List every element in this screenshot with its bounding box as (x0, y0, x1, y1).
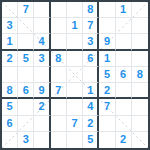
sudoku-cell-r5c5[interactable] (67, 67, 83, 83)
sudoku-cell-r3c9[interactable] (132, 34, 148, 50)
sudoku-cell-r5c1[interactable] (2, 67, 18, 83)
sudoku-cell-r1c7[interactable] (99, 2, 115, 18)
sudoku-cell-r2c7[interactable] (99, 18, 115, 34)
sudoku-cell-r4c7[interactable]: 1 (99, 51, 115, 67)
sudoku-cell-r9c4[interactable] (51, 132, 67, 148)
sudoku-cell-r6c9[interactable] (132, 83, 148, 99)
sudoku-cell-r1c8[interactable]: 1 (116, 2, 132, 18)
sudoku-cell-r8c4[interactable] (51, 116, 67, 132)
sudoku-cell-r3c7[interactable]: 9 (99, 34, 115, 50)
sudoku-cell-r3c1[interactable]: 1 (2, 34, 18, 50)
sudoku-cell-r9c8[interactable]: 2 (116, 132, 132, 148)
sudoku-cell-r4c2[interactable]: 5 (18, 51, 34, 67)
sudoku-cell-r9c6[interactable]: 5 (83, 132, 99, 148)
sudoku-cell-r4c9[interactable] (132, 51, 148, 67)
sudoku-cell-r9c1[interactable] (2, 132, 18, 148)
sudoku-cell-r3c6[interactable]: 3 (83, 34, 99, 50)
sudoku-cell-r8c7[interactable] (99, 116, 115, 132)
sudoku-cell-r7c3[interactable]: 2 (34, 99, 50, 115)
sudoku-cell-r8c2[interactable] (18, 116, 34, 132)
sudoku-cell-r2c6[interactable]: 7 (83, 18, 99, 34)
sudoku-cell-r8c9[interactable] (132, 116, 148, 132)
sudoku-cell-r5c8[interactable]: 6 (116, 67, 132, 83)
sudoku-cell-r1c6[interactable]: 8 (83, 2, 99, 18)
sudoku-grid: 78131714392538615688697125247672352 (2, 2, 148, 148)
sudoku-cell-r8c8[interactable] (116, 116, 132, 132)
sudoku-cell-r5c4[interactable] (51, 67, 67, 83)
sudoku-cell-r2c9[interactable] (132, 18, 148, 34)
sudoku-cell-r5c9[interactable]: 8 (132, 67, 148, 83)
sudoku-cell-r6c5[interactable] (67, 83, 83, 99)
sudoku-cell-r3c2[interactable] (18, 34, 34, 50)
sudoku-cell-r2c2[interactable] (18, 18, 34, 34)
sudoku-cell-r2c5[interactable]: 1 (67, 18, 83, 34)
sudoku-cell-r9c2[interactable]: 3 (18, 132, 34, 148)
sudoku-cell-r7c1[interactable]: 5 (2, 99, 18, 115)
sudoku-cell-r1c4[interactable] (51, 2, 67, 18)
sudoku-cell-r8c6[interactable]: 2 (83, 116, 99, 132)
sudoku-cell-r5c7[interactable]: 5 (99, 67, 115, 83)
sudoku-cell-r3c3[interactable]: 4 (34, 34, 50, 50)
sudoku-cell-r7c5[interactable] (67, 99, 83, 115)
sudoku-cell-r6c4[interactable]: 7 (51, 83, 67, 99)
sudoku-cell-r1c9[interactable] (132, 2, 148, 18)
sudoku-cell-r4c1[interactable]: 2 (2, 51, 18, 67)
sudoku-cell-r8c1[interactable]: 6 (2, 116, 18, 132)
sudoku-cell-r5c6[interactable] (83, 67, 99, 83)
sudoku-cell-r7c7[interactable]: 7 (99, 99, 115, 115)
sudoku-cell-r1c2[interactable]: 7 (18, 2, 34, 18)
sudoku-cell-r8c5[interactable]: 7 (67, 116, 83, 132)
sudoku-cell-r1c1[interactable] (2, 2, 18, 18)
sudoku-cell-r9c9[interactable] (132, 132, 148, 148)
sudoku-cell-r7c6[interactable]: 4 (83, 99, 99, 115)
sudoku-cell-r6c3[interactable]: 9 (34, 83, 50, 99)
sudoku-board: 78131714392538615688697125247672352 (0, 0, 150, 150)
sudoku-cell-r7c2[interactable] (18, 99, 34, 115)
sudoku-cell-r3c4[interactable] (51, 34, 67, 50)
sudoku-cell-r6c1[interactable]: 8 (2, 83, 18, 99)
sudoku-cell-r9c3[interactable] (34, 132, 50, 148)
sudoku-cell-r6c7[interactable]: 2 (99, 83, 115, 99)
sudoku-cell-r2c3[interactable] (34, 18, 50, 34)
sudoku-cell-r9c7[interactable] (99, 132, 115, 148)
sudoku-cell-r5c3[interactable] (34, 67, 50, 83)
sudoku-cell-r3c8[interactable] (116, 34, 132, 50)
sudoku-cell-r7c4[interactable] (51, 99, 67, 115)
sudoku-cell-r2c8[interactable] (116, 18, 132, 34)
sudoku-cell-r2c4[interactable] (51, 18, 67, 34)
sudoku-cell-r1c5[interactable] (67, 2, 83, 18)
sudoku-cell-r2c1[interactable]: 3 (2, 18, 18, 34)
sudoku-cell-r6c2[interactable]: 6 (18, 83, 34, 99)
sudoku-cell-r4c3[interactable]: 3 (34, 51, 50, 67)
sudoku-cell-r4c5[interactable] (67, 51, 83, 67)
sudoku-cell-r4c6[interactable]: 6 (83, 51, 99, 67)
sudoku-cell-r7c8[interactable] (116, 99, 132, 115)
sudoku-cell-r9c5[interactable] (67, 132, 83, 148)
sudoku-cell-r8c3[interactable] (34, 116, 50, 132)
sudoku-cell-r5c2[interactable] (18, 67, 34, 83)
sudoku-cell-r6c6[interactable]: 1 (83, 83, 99, 99)
sudoku-cell-r7c9[interactable] (132, 99, 148, 115)
sudoku-cell-r3c5[interactable] (67, 34, 83, 50)
sudoku-cell-r4c8[interactable] (116, 51, 132, 67)
sudoku-cell-r1c3[interactable] (34, 2, 50, 18)
sudoku-cell-r4c4[interactable]: 8 (51, 51, 67, 67)
sudoku-cell-r6c8[interactable] (116, 83, 132, 99)
